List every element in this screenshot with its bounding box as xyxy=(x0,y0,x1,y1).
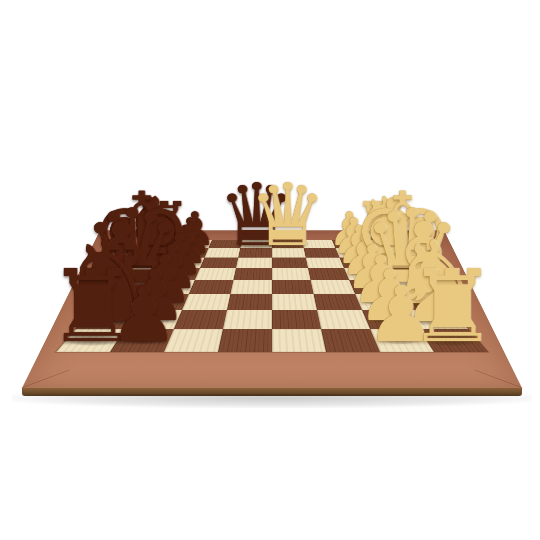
border-miter-seam xyxy=(475,370,522,388)
square-r4c4 xyxy=(233,268,272,280)
square-r7c5 xyxy=(272,310,321,329)
square-r5c4 xyxy=(230,280,272,294)
board-drop-shadow xyxy=(12,394,532,408)
square-r5c5 xyxy=(272,280,314,294)
square-r6c5 xyxy=(272,294,317,310)
border-miter-seam xyxy=(21,370,68,388)
dark-pawn: ♟ xyxy=(109,276,178,353)
light-rook: ♜ xyxy=(407,257,497,357)
square-r8c4 xyxy=(218,329,272,352)
square-r6c4 xyxy=(227,294,272,310)
square-r8c5 xyxy=(272,329,326,352)
light-queen: ♛ xyxy=(249,172,326,258)
square-r7c4 xyxy=(223,310,272,329)
square-r4c5 xyxy=(272,268,311,280)
chess-set-photo: ♜♟♛♛♟♜♞♟♟♞♝♟♟♝♚♟♟♚♛♟♟♛♝♟♟♝♞♟♟♞♜♟♟♜ xyxy=(0,0,540,540)
